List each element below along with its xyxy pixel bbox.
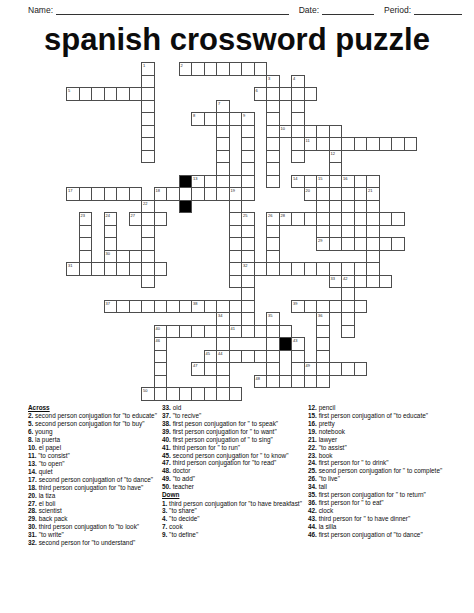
grid-cell[interactable]: 4 bbox=[291, 75, 305, 89]
grid-cell[interactable] bbox=[266, 175, 280, 189]
grid-cell[interactable]: 29 bbox=[316, 237, 330, 251]
grid-cell[interactable] bbox=[216, 387, 230, 401]
grid-cell[interactable] bbox=[279, 325, 293, 339]
grid-cell[interactable] bbox=[341, 300, 355, 314]
grid-cell[interactable] bbox=[329, 300, 343, 314]
grid-cell[interactable] bbox=[129, 300, 143, 314]
grid-cell[interactable] bbox=[291, 375, 305, 389]
grid-cell[interactable] bbox=[179, 387, 193, 401]
grid-cell[interactable] bbox=[304, 300, 318, 314]
grid-cell[interactable] bbox=[204, 62, 218, 76]
grid-cell[interactable] bbox=[279, 87, 293, 101]
grid-cell[interactable] bbox=[341, 237, 355, 251]
grid-cell[interactable] bbox=[316, 350, 330, 364]
grid-cell[interactable] bbox=[391, 137, 405, 151]
grid-cell[interactable] bbox=[241, 350, 255, 364]
grid-cell[interactable] bbox=[241, 162, 255, 176]
grid-cell[interactable] bbox=[241, 250, 255, 264]
grid-cell[interactable] bbox=[266, 162, 280, 176]
grid-cell[interactable]: 20 bbox=[304, 187, 318, 201]
grid-cell[interactable] bbox=[304, 125, 318, 139]
grid-cell[interactable] bbox=[204, 112, 218, 126]
grid-cell[interactable] bbox=[241, 175, 255, 189]
grid-cell[interactable] bbox=[354, 275, 368, 289]
grid-cell[interactable]: 22 bbox=[141, 200, 155, 214]
grid-cell[interactable] bbox=[229, 62, 243, 76]
grid-cell[interactable] bbox=[104, 225, 118, 239]
grid-cell[interactable] bbox=[241, 225, 255, 239]
grid-cell[interactable] bbox=[141, 250, 155, 264]
grid-cell[interactable] bbox=[79, 187, 93, 201]
grid-cell[interactable] bbox=[154, 375, 168, 389]
grid-cell[interactable] bbox=[204, 175, 218, 189]
grid-cell[interactable] bbox=[229, 387, 243, 401]
grid-cell[interactable]: 44 bbox=[216, 350, 230, 364]
grid-cell[interactable] bbox=[316, 300, 330, 314]
clue: 25. seond person conjugation for " to co… bbox=[308, 467, 466, 474]
clue: 37. "to recive" bbox=[162, 412, 302, 419]
grid-cell[interactable] bbox=[304, 175, 318, 189]
grid-cell[interactable] bbox=[329, 212, 343, 226]
grid-cell[interactable] bbox=[104, 262, 118, 276]
clue: 36. first person for " to eat" bbox=[308, 499, 466, 506]
grid-cell[interactable] bbox=[79, 250, 93, 264]
grid-cell[interactable] bbox=[341, 312, 355, 326]
grid-cell[interactable] bbox=[366, 200, 380, 214]
grid-cell[interactable] bbox=[366, 212, 380, 226]
grid-cell[interactable] bbox=[191, 187, 205, 201]
grid-cell[interactable] bbox=[404, 137, 418, 151]
grid-cell[interactable] bbox=[241, 300, 255, 314]
grid-cell[interactable] bbox=[316, 200, 330, 214]
grid-cell[interactable] bbox=[141, 137, 155, 151]
grid-cell[interactable]: 5 bbox=[66, 87, 80, 101]
cell-number: 49 bbox=[306, 363, 310, 368]
grid-cell[interactable] bbox=[341, 212, 355, 226]
cell-number: 40 bbox=[156, 326, 160, 331]
grid-cell[interactable] bbox=[79, 87, 93, 101]
grid-cell[interactable] bbox=[141, 100, 155, 114]
grid-cell[interactable] bbox=[254, 325, 268, 339]
grid-cell[interactable] bbox=[304, 212, 318, 226]
cell-number: 14 bbox=[293, 176, 297, 181]
grid-cell[interactable] bbox=[279, 375, 293, 389]
grid-cell[interactable] bbox=[154, 262, 168, 276]
clue: 20. la tiza bbox=[28, 492, 160, 499]
grid-cell[interactable] bbox=[266, 137, 280, 151]
grid-cell[interactable] bbox=[341, 362, 355, 376]
grid-cell[interactable] bbox=[329, 125, 343, 139]
grid-cell[interactable]: 33 bbox=[329, 275, 343, 289]
grid-cell[interactable] bbox=[316, 125, 330, 139]
grid-cell[interactable] bbox=[291, 212, 305, 226]
grid-cell[interactable] bbox=[216, 112, 230, 126]
grid-cell[interactable] bbox=[216, 62, 230, 76]
grid-cell[interactable] bbox=[141, 87, 155, 101]
grid-cell[interactable] bbox=[254, 350, 268, 364]
grid-cell[interactable]: 42 bbox=[341, 275, 355, 289]
grid-cell[interactable] bbox=[329, 262, 343, 276]
grid-cell[interactable] bbox=[191, 387, 205, 401]
grid-cell[interactable] bbox=[316, 337, 330, 351]
clue: 42. clock bbox=[308, 507, 466, 514]
grid-cell[interactable] bbox=[354, 237, 368, 251]
cell-number: 23 bbox=[81, 213, 85, 218]
grid-cell[interactable] bbox=[316, 325, 330, 339]
grid-cell[interactable] bbox=[316, 262, 330, 276]
grid-cell[interactable] bbox=[316, 212, 330, 226]
grid-cell[interactable]: 47 bbox=[191, 362, 205, 376]
grid-cell[interactable] bbox=[204, 187, 218, 201]
grid-cell[interactable]: 12 bbox=[329, 150, 343, 164]
grid-cell[interactable] bbox=[141, 150, 155, 164]
grid-cell[interactable] bbox=[141, 237, 155, 251]
grid-cell[interactable]: 8 bbox=[191, 112, 205, 126]
grid-cell[interactable] bbox=[116, 187, 130, 201]
clue: 40. first person conjugation of " to sin… bbox=[162, 436, 302, 443]
grid-cell[interactable]: 40 bbox=[154, 325, 168, 339]
grid-cell[interactable] bbox=[79, 225, 93, 239]
grid-cell[interactable] bbox=[254, 62, 268, 76]
grid-cell[interactable] bbox=[191, 325, 205, 339]
grid-cell[interactable]: 3 bbox=[266, 75, 280, 89]
grid-cell[interactable] bbox=[141, 275, 155, 289]
grid-cell[interactable] bbox=[279, 262, 293, 276]
grid-cell[interactable]: 35 bbox=[266, 312, 280, 326]
grid-cell[interactable] bbox=[216, 375, 230, 389]
grid-cell[interactable]: 2 bbox=[179, 62, 193, 76]
grid-cell[interactable] bbox=[366, 275, 380, 289]
grid-cell[interactable] bbox=[266, 362, 280, 376]
grid-cell[interactable] bbox=[141, 212, 155, 226]
grid-cell[interactable] bbox=[341, 325, 355, 339]
grid-cell[interactable] bbox=[341, 200, 355, 214]
grid-cell[interactable] bbox=[79, 237, 93, 251]
grid-cell[interactable] bbox=[266, 125, 280, 139]
grid-cell[interactable] bbox=[354, 175, 368, 189]
grid-cell[interactable]: 37 bbox=[104, 300, 118, 314]
grid-cell[interactable] bbox=[129, 262, 143, 276]
grid-cell[interactable] bbox=[266, 262, 280, 276]
grid-cell[interactable]: 36 bbox=[316, 312, 330, 326]
clue: 28. scientist bbox=[28, 507, 160, 514]
grid-cell[interactable] bbox=[141, 300, 155, 314]
clue: 16. pretty bbox=[308, 420, 466, 427]
grid-cell[interactable] bbox=[216, 187, 230, 201]
date-blank-line[interactable] bbox=[322, 5, 374, 15]
grid-cell[interactable] bbox=[316, 362, 330, 376]
grid-cell[interactable] bbox=[366, 175, 380, 189]
grid-cell[interactable] bbox=[241, 275, 255, 289]
grid-cell[interactable] bbox=[254, 262, 268, 276]
grid-cell[interactable] bbox=[329, 137, 343, 151]
grid-cell[interactable] bbox=[354, 187, 368, 201]
grid-cell[interactable] bbox=[366, 137, 380, 151]
grid-cell[interactable] bbox=[379, 237, 393, 251]
grid-cell[interactable] bbox=[229, 112, 243, 126]
grid-cell[interactable] bbox=[241, 187, 255, 201]
grid-cell[interactable] bbox=[216, 362, 230, 376]
grid-cell[interactable] bbox=[229, 225, 243, 239]
grid-cell[interactable] bbox=[154, 362, 168, 376]
grid-cell[interactable] bbox=[266, 100, 280, 114]
grid-cell[interactable] bbox=[166, 300, 180, 314]
grid-cell[interactable]: 19 bbox=[229, 187, 243, 201]
grid-cell[interactable] bbox=[291, 112, 305, 126]
grid-cell[interactable]: 6 bbox=[254, 87, 268, 101]
grid-cell[interactable] bbox=[291, 100, 305, 114]
grid-cell[interactable] bbox=[229, 300, 243, 314]
grid-cell[interactable] bbox=[366, 262, 380, 276]
grid-cell[interactable]: 21 bbox=[366, 187, 380, 201]
grid-cell[interactable] bbox=[291, 125, 305, 139]
name-blank-line[interactable] bbox=[56, 5, 289, 15]
grid-cell[interactable] bbox=[316, 375, 330, 389]
grid-cell[interactable] bbox=[179, 325, 193, 339]
grid-cell[interactable] bbox=[354, 362, 368, 376]
grid-cell[interactable]: 41 bbox=[229, 325, 243, 339]
grid-cell[interactable]: 39 bbox=[291, 300, 305, 314]
grid-cell[interactable]: 31 bbox=[66, 262, 80, 276]
grid-cell[interactable] bbox=[354, 212, 368, 226]
grid-cell[interactable] bbox=[341, 137, 355, 151]
clue: 26. "to live" bbox=[308, 475, 466, 482]
grid-cell[interactable]: 17 bbox=[66, 187, 80, 201]
grid-cell[interactable] bbox=[204, 325, 218, 339]
period-blank-line[interactable] bbox=[414, 5, 462, 15]
grid-cell[interactable] bbox=[329, 175, 343, 189]
grid-cell[interactable] bbox=[216, 175, 230, 189]
black-cell bbox=[179, 175, 193, 189]
grid-cell[interactable] bbox=[329, 362, 343, 376]
grid-cell[interactable] bbox=[266, 87, 280, 101]
grid-cell[interactable] bbox=[391, 212, 405, 226]
grid-cell[interactable] bbox=[266, 150, 280, 164]
grid-cell[interactable] bbox=[341, 287, 355, 301]
clue: 14. quiet bbox=[28, 468, 160, 475]
grid-cell[interactable] bbox=[204, 300, 218, 314]
grid-cell[interactable] bbox=[204, 362, 218, 376]
grid-cell[interactable] bbox=[129, 87, 143, 101]
grid-cell[interactable] bbox=[104, 237, 118, 251]
grid-cell[interactable] bbox=[166, 325, 180, 339]
grid-cell[interactable] bbox=[216, 137, 230, 151]
grid-cell[interactable] bbox=[241, 62, 255, 76]
grid-cell[interactable]: 24 bbox=[104, 212, 118, 226]
grid-cell[interactable] bbox=[104, 87, 118, 101]
clue: 18. third person conjugation for "to hav… bbox=[28, 484, 160, 491]
clue: 13. "to open" bbox=[28, 460, 160, 467]
grid-cell[interactable] bbox=[291, 362, 305, 376]
grid-cell[interactable] bbox=[329, 200, 343, 214]
grid-cell[interactable] bbox=[366, 225, 380, 239]
grid-cell[interactable] bbox=[241, 287, 255, 301]
grid-cell[interactable] bbox=[229, 200, 243, 214]
cell-number: 15 bbox=[318, 176, 322, 181]
grid-cell[interactable]: 15 bbox=[316, 175, 330, 189]
cell-number: 10 bbox=[281, 126, 285, 131]
grid-cell[interactable] bbox=[116, 300, 130, 314]
grid-cell[interactable] bbox=[291, 262, 305, 276]
grid-cell[interactable]: 25 bbox=[241, 212, 255, 226]
grid-cell[interactable]: 23 bbox=[79, 212, 93, 226]
grid-cell[interactable] bbox=[379, 275, 393, 289]
period-label: Period: bbox=[384, 5, 411, 15]
grid-cell[interactable]: 30 bbox=[104, 250, 118, 264]
grid-cell[interactable] bbox=[304, 262, 318, 276]
grid-cell[interactable] bbox=[266, 375, 280, 389]
grid-cell[interactable] bbox=[291, 150, 305, 164]
grid-cell[interactable] bbox=[379, 137, 393, 151]
grid-cell[interactable] bbox=[229, 250, 243, 264]
grid-cell[interactable] bbox=[266, 250, 280, 264]
grid-cell[interactable] bbox=[354, 300, 368, 314]
grid-cell[interactable] bbox=[291, 87, 305, 101]
grid-cell[interactable]: 7 bbox=[216, 100, 230, 114]
grid-cell[interactable] bbox=[341, 187, 355, 201]
grid-cell[interactable] bbox=[329, 237, 343, 251]
grid-cell[interactable] bbox=[216, 125, 230, 139]
grid-cell[interactable] bbox=[241, 125, 255, 139]
grid-cell[interactable] bbox=[241, 312, 255, 326]
grid-cell[interactable]: 45 bbox=[204, 350, 218, 364]
grid-cell[interactable] bbox=[141, 125, 155, 139]
grid-cell[interactable] bbox=[241, 325, 255, 339]
grid-cell[interactable]: 43 bbox=[291, 337, 305, 351]
clue: 2. second person conjugation for "to edu… bbox=[28, 412, 160, 419]
grid-cell[interactable] bbox=[241, 237, 255, 251]
grid-cell[interactable] bbox=[154, 350, 168, 364]
grid-cell[interactable]: 10 bbox=[279, 125, 293, 139]
grid-cell[interactable]: 18 bbox=[154, 187, 168, 201]
grid-cell[interactable] bbox=[79, 262, 93, 276]
grid-cell[interactable] bbox=[291, 137, 305, 151]
grid-cell[interactable] bbox=[341, 225, 355, 239]
grid-cell[interactable] bbox=[266, 337, 280, 351]
grid-cell[interactable]: 11 bbox=[304, 137, 318, 151]
grid-cell[interactable] bbox=[129, 250, 143, 264]
grid-cell[interactable] bbox=[229, 275, 243, 289]
cell-number: 22 bbox=[143, 201, 147, 206]
grid-cell[interactable] bbox=[141, 225, 155, 239]
grid-cell[interactable] bbox=[91, 87, 105, 101]
cell-number: 48 bbox=[256, 376, 260, 381]
grid-cell[interactable]: 16 bbox=[341, 175, 355, 189]
grid-cell[interactable] bbox=[229, 262, 243, 276]
grid-cell[interactable] bbox=[354, 137, 368, 151]
grid-cell[interactable] bbox=[166, 387, 180, 401]
grid-cell[interactable] bbox=[266, 112, 280, 126]
grid-cell[interactable]: 9 bbox=[241, 112, 255, 126]
grid-cell[interactable] bbox=[154, 300, 168, 314]
grid-cell[interactable] bbox=[104, 187, 118, 201]
grid-cell[interactable]: 13 bbox=[191, 175, 205, 189]
clue: 21. lawyer bbox=[308, 436, 466, 443]
grid-cell[interactable] bbox=[316, 225, 330, 239]
clue: 30. third person conjugation fo "to look… bbox=[28, 523, 160, 530]
grid-cell[interactable]: 38 bbox=[191, 300, 205, 314]
clue: 17. second person conjugation of "to dan… bbox=[28, 476, 160, 483]
grid-cell[interactable] bbox=[141, 75, 155, 89]
grid-cell[interactable] bbox=[216, 325, 230, 339]
grid-cell[interactable] bbox=[229, 237, 243, 251]
grid-cell[interactable] bbox=[329, 187, 343, 201]
clue: 11. "to consist" bbox=[28, 452, 160, 459]
grid-cell[interactable] bbox=[141, 112, 155, 126]
grid-cell[interactable]: 28 bbox=[279, 212, 293, 226]
grid-cell[interactable] bbox=[216, 150, 230, 164]
grid-cell[interactable] bbox=[329, 162, 343, 176]
grid-cell[interactable]: 50 bbox=[141, 387, 155, 401]
cell-number: 39 bbox=[293, 301, 297, 306]
clue: 8. la puerta bbox=[28, 436, 160, 443]
grid-cell[interactable] bbox=[366, 237, 380, 251]
grid-cell[interactable] bbox=[116, 87, 130, 101]
grid-cell[interactable] bbox=[316, 187, 330, 201]
grid-cell[interactable]: 32 bbox=[241, 262, 255, 276]
cell-number: 24 bbox=[106, 213, 110, 218]
grid-cell[interactable] bbox=[291, 350, 305, 364]
grid-cell[interactable] bbox=[116, 262, 130, 276]
grid-cell[interactable]: 46 bbox=[154, 337, 168, 351]
grid-cell[interactable] bbox=[366, 250, 380, 264]
grid-cell[interactable] bbox=[216, 162, 230, 176]
grid-cell[interactable] bbox=[354, 262, 368, 276]
grid-cell[interactable] bbox=[379, 212, 393, 226]
grid-cell[interactable] bbox=[166, 187, 180, 201]
cell-number: 5 bbox=[68, 88, 70, 93]
grid-cell[interactable]: 1 bbox=[141, 62, 155, 76]
grid-cell[interactable] bbox=[216, 300, 230, 314]
grid-cell[interactable] bbox=[141, 262, 155, 276]
grid-cell[interactable] bbox=[154, 212, 168, 226]
grid-cell[interactable] bbox=[229, 175, 243, 189]
grid-cell[interactable] bbox=[266, 325, 280, 339]
grid-cell[interactable]: 26 bbox=[266, 212, 280, 226]
grid-cell[interactable] bbox=[391, 237, 405, 251]
grid-cell[interactable] bbox=[241, 150, 255, 164]
clue-section-heading: Across bbox=[28, 404, 160, 411]
grid-cell[interactable] bbox=[91, 262, 105, 276]
grid-cell[interactable]: 14 bbox=[291, 175, 305, 189]
grid-cell[interactable] bbox=[266, 237, 280, 251]
grid-cell[interactable] bbox=[266, 225, 280, 239]
grid-cell[interactable] bbox=[266, 350, 280, 364]
grid-cell[interactable]: 49 bbox=[304, 362, 318, 376]
grid-cell[interactable] bbox=[179, 187, 193, 201]
grid-cell[interactable] bbox=[116, 250, 130, 264]
grid-cell[interactable] bbox=[179, 300, 193, 314]
grid-cell[interactable] bbox=[341, 262, 355, 276]
grid-cell[interactable] bbox=[129, 187, 143, 201]
grid-cell[interactable] bbox=[304, 87, 318, 101]
grid-cell[interactable] bbox=[316, 137, 330, 151]
grid-cell[interactable]: 34 bbox=[216, 312, 230, 326]
grid-cell[interactable] bbox=[154, 387, 168, 401]
grid-cell[interactable] bbox=[304, 375, 318, 389]
grid-cell[interactable]: 48 bbox=[254, 375, 268, 389]
grid-cell[interactable] bbox=[216, 337, 230, 351]
grid-cell[interactable] bbox=[241, 137, 255, 151]
grid-cell[interactable] bbox=[229, 212, 243, 226]
grid-cell[interactable] bbox=[191, 62, 205, 76]
grid-cell[interactable] bbox=[204, 387, 218, 401]
grid-cell[interactable]: 27 bbox=[129, 212, 143, 226]
grid-cell[interactable] bbox=[229, 350, 243, 364]
clue: 39. first person conjugation for " to wa… bbox=[162, 428, 302, 435]
grid-cell[interactable] bbox=[91, 187, 105, 201]
cell-number: 17 bbox=[68, 188, 72, 193]
